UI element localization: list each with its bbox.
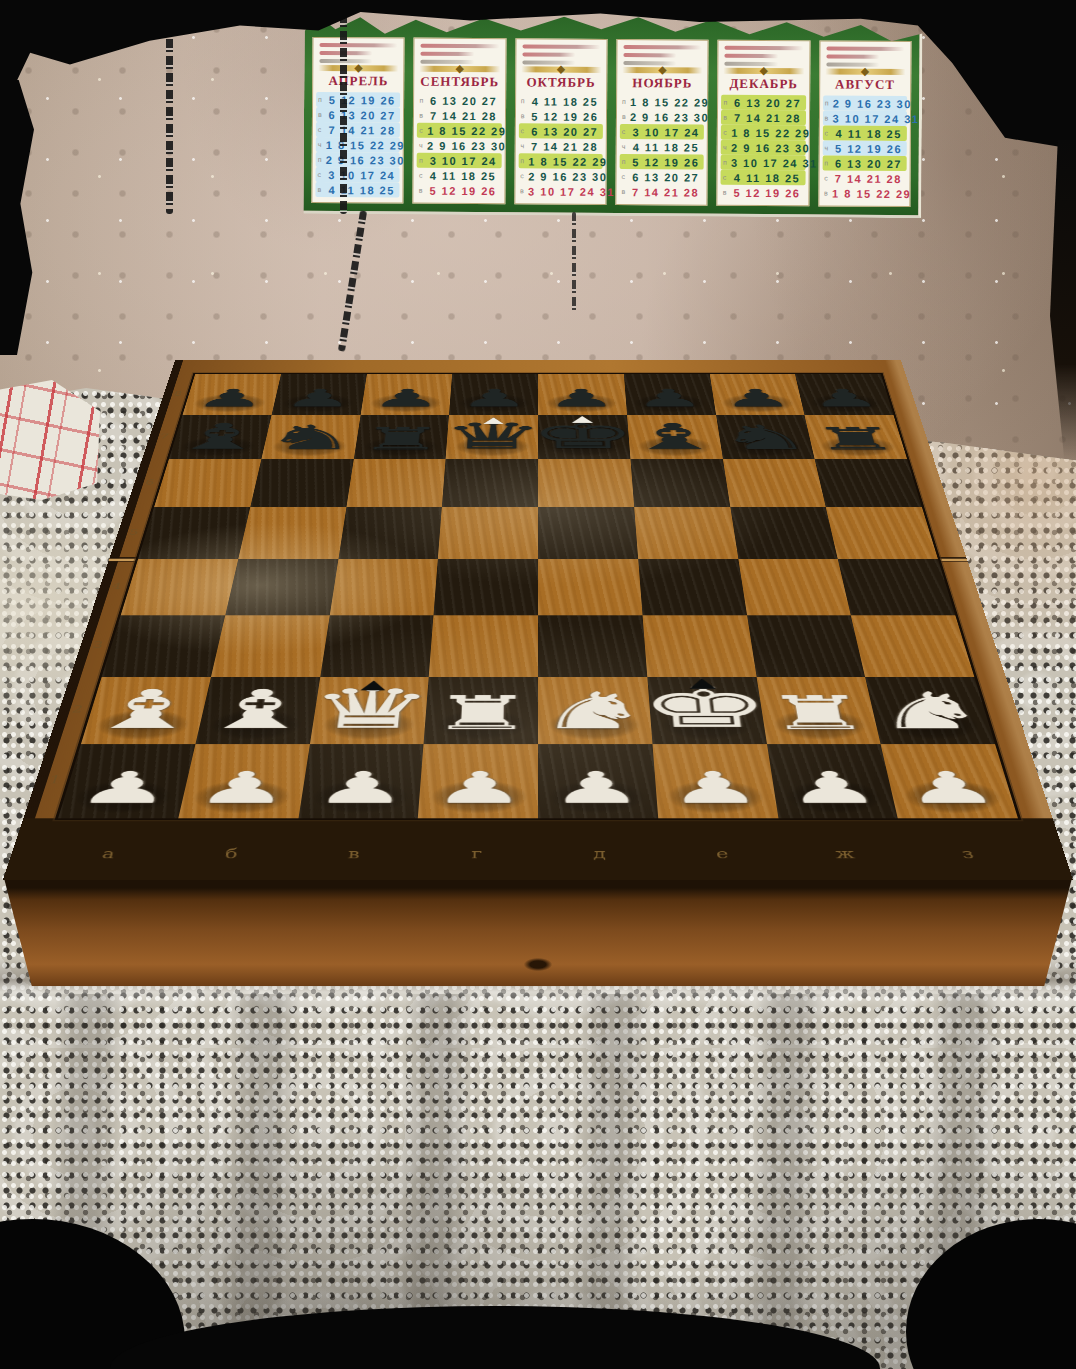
weekday-letter: с xyxy=(520,172,528,179)
black-pawn-glyph: ♟ xyxy=(720,386,794,410)
square-d2: ♜ xyxy=(424,677,538,744)
ornament-band xyxy=(622,67,702,74)
weekday-letter: в xyxy=(622,113,630,120)
square-b1: ♟ xyxy=(178,744,309,818)
dates-row: с2 9 16 23 30 xyxy=(518,168,602,184)
square-d3 xyxy=(429,615,538,677)
white-pawn-glyph: ♟ xyxy=(782,766,883,810)
dates-text: 6 13 20 27 xyxy=(528,125,600,138)
dates-text: 4 11 18 25 xyxy=(427,169,499,182)
dates-row: в7 14 21 28 xyxy=(721,110,805,126)
square-d5 xyxy=(438,507,538,559)
square-a7: ♝ xyxy=(169,415,272,459)
piece-white-pawn: ♟ xyxy=(550,766,645,810)
dates-text: 7 14 21 28 xyxy=(528,140,600,153)
square-f7: ♝ xyxy=(627,415,723,459)
photo-of-chess-set: ♟♟♟♟♟♟♟♟♝♞♜♛▲♚▲♝♞♜♝♝♛▲♜♞♚▲♜♞♟♟♟♟♟♟♟♟ а1б… xyxy=(0,0,1076,1369)
file-label: з xyxy=(904,846,1031,862)
dates-row: ч2 9 16 23 30 xyxy=(417,138,501,154)
dates-text: 3 10 17 24 xyxy=(630,126,702,139)
dates-row: п2 9 16 23 30 xyxy=(823,95,907,111)
dates-row: п3 10 17 24 xyxy=(417,153,501,169)
dates-text: 3 10 17 24 xyxy=(427,154,499,167)
piece-white-pawn: ♟ xyxy=(73,766,178,810)
square-g6 xyxy=(723,459,826,507)
dates-text: 1 8 15 22 29 xyxy=(427,124,506,137)
rank-label: 3 xyxy=(86,639,110,650)
dates-text: 2 9 16 23 30 xyxy=(731,141,810,154)
dates-row: п4 11 18 25 xyxy=(519,93,603,109)
chess-board: ♟♟♟♟♟♟♟♟♝♞♜♛▲♚▲♝♞♜♝♝♛▲♜♞♚▲♜♞♟♟♟♟♟♟♟♟ а1б… xyxy=(3,360,1073,880)
piece-white-knight: ♞ xyxy=(866,686,994,737)
square-b7: ♞ xyxy=(261,415,360,459)
weekday-letter: в xyxy=(318,111,326,118)
square-b6 xyxy=(250,459,353,507)
weekday-letter: п xyxy=(824,159,832,166)
calendar-month-1: АПРЕЛЬп5 12 19 26в6 13 20 27с7 14 21 28ч… xyxy=(311,37,404,204)
square-e3 xyxy=(538,615,647,677)
dates-row: ч5 12 19 26 xyxy=(822,140,906,156)
white-pawn-glyph: ♟ xyxy=(898,766,1003,810)
weekday-letter: п xyxy=(318,156,326,163)
dates-row: в1 8 15 22 29 xyxy=(822,185,906,201)
piece-black-bishop: ♝ xyxy=(624,419,726,454)
black-bishop-glyph: ♝ xyxy=(167,419,274,454)
dates-grid: п1 8 15 22 29в2 9 16 23 30с3 10 17 24ч4 … xyxy=(618,94,705,203)
calendar-month-2: СЕНТЯБРЬп6 13 20 27в7 14 21 28с1 8 15 22… xyxy=(413,38,506,205)
month-name: СЕНТЯБРЬ xyxy=(416,74,502,91)
dates-row: п1 8 15 22 29 xyxy=(620,94,704,110)
square-a3 xyxy=(102,615,225,677)
piece-white-pawn: ♟ xyxy=(666,766,764,810)
weekday-letter: в xyxy=(825,114,833,121)
square-c8: ♟ xyxy=(360,374,452,415)
weekday-letter: п xyxy=(622,98,630,105)
dates-row: ч7 14 21 28 xyxy=(518,138,602,154)
white-knight-glyph: ♞ xyxy=(866,686,994,737)
dates-text: 2 9 16 23 30 xyxy=(630,111,709,124)
dates-row: п6 13 20 27 xyxy=(721,95,805,111)
dates-grid: п6 13 20 27в7 14 21 28с1 8 15 22 29ч2 9 … xyxy=(720,95,807,204)
square-h1: ♟ xyxy=(881,744,1018,818)
square-a2: ♝ xyxy=(81,677,211,744)
dates-grid: п4 11 18 25в5 12 19 26с6 13 20 27ч7 14 2… xyxy=(517,93,604,202)
ornament-band xyxy=(521,66,601,73)
weekday-letter: ч xyxy=(723,144,731,151)
square-c2: ♛▲ xyxy=(309,677,428,744)
square-a8: ♟ xyxy=(183,374,281,415)
square-a5 xyxy=(138,507,250,559)
dates-row: в3 10 17 24 31 xyxy=(823,110,907,126)
dates-text: 6 13 20 27 xyxy=(630,171,702,184)
calendar-month-5: ДЕКАБРЬп6 13 20 27в7 14 21 28с1 8 15 22 … xyxy=(717,40,810,207)
dates-text: 2 9 16 23 30 xyxy=(427,139,506,152)
weekday-letter: с xyxy=(318,171,326,178)
weekday-letter: п xyxy=(825,99,833,106)
weekday-letter: в xyxy=(520,187,528,194)
dates-row: п6 13 20 27 xyxy=(822,155,906,171)
piece-black-rook: ♜ xyxy=(810,424,903,455)
weekday-letter: с xyxy=(824,129,832,136)
dates-row: в5 12 19 26 xyxy=(721,185,805,201)
dates-row: п1 8 15 22 29 xyxy=(518,153,602,169)
dates-row: с3 10 17 24 xyxy=(620,124,704,140)
square-a4 xyxy=(121,559,238,615)
piece-white-queen: ♛▲ xyxy=(303,680,436,736)
rank-label: 6 xyxy=(139,478,160,486)
board-scene: ♟♟♟♟♟♟♟♟♝♞♜♛▲♚▲♝♞♜♝♝♛▲♜♞♚▲♜♞♟♟♟♟♟♟♟♟ а1б… xyxy=(0,330,1076,1070)
weekday-letter: с xyxy=(318,126,326,133)
dates-row: п2 9 16 23 30 xyxy=(316,152,400,168)
piece-black-pawn: ♟ xyxy=(807,386,883,410)
dates-text: 1 8 15 22 29 xyxy=(832,187,911,200)
wall-calendar: АПРЕЛЬп5 12 19 26в6 13 20 27с7 14 21 28ч… xyxy=(303,11,922,218)
piece-white-king: ♚▲ xyxy=(637,678,775,736)
square-g1: ♟ xyxy=(767,744,898,818)
month-name: ОКТЯБРЬ xyxy=(518,74,604,91)
dates-text: 3 10 17 24 31 xyxy=(833,112,920,125)
dates-row: п5 12 19 26 xyxy=(316,92,400,108)
clock-chain-over-calendar xyxy=(340,14,347,214)
piece-black-knight: ♞ xyxy=(261,421,360,454)
square-c1: ♟ xyxy=(298,744,424,818)
dates-row: ч4 11 18 25 xyxy=(620,139,704,155)
weekday-letter: с xyxy=(622,173,630,180)
square-d1: ♟ xyxy=(418,744,538,818)
dates-text: 1 8 15 22 29 xyxy=(731,126,810,139)
weekday-letter: п xyxy=(318,96,326,103)
weekday-letter: в xyxy=(723,189,731,196)
piece-white-pawn: ♟ xyxy=(431,766,526,810)
month-name: АПРЕЛЬ xyxy=(315,73,401,90)
weekday-letter: п xyxy=(521,97,529,104)
square-g3 xyxy=(747,615,866,677)
weekday-letter: п xyxy=(723,159,731,166)
black-bishop-glyph: ♝ xyxy=(624,419,726,454)
black-knight-glyph: ♞ xyxy=(716,421,815,454)
weekday-letter: п xyxy=(419,157,427,164)
white-pawn-glyph: ♟ xyxy=(431,766,526,810)
white-pawn-glyph: ♟ xyxy=(193,766,294,810)
weekday-letter: в xyxy=(824,189,832,196)
dates-text: 7 14 21 28 xyxy=(629,186,701,199)
dates-row: с4 11 18 25 xyxy=(822,125,906,141)
square-h2: ♞ xyxy=(865,677,995,744)
black-knight-glyph: ♞ xyxy=(261,421,360,454)
piece-black-pawn: ♟ xyxy=(547,386,617,410)
dates-row: в5 12 19 26 xyxy=(417,183,501,199)
weekday-letter: с xyxy=(723,174,731,181)
dates-text: 5 12 19 26 xyxy=(427,184,499,197)
weekday-letter: ч xyxy=(824,144,832,151)
dates-text: 5 12 19 26 xyxy=(832,142,904,155)
square-h5 xyxy=(826,507,938,559)
dates-text: 3 10 17 24 31 xyxy=(731,156,818,169)
square-e4 xyxy=(538,559,642,615)
square-h3 xyxy=(851,615,974,677)
dates-row: в4 11 18 25 xyxy=(315,182,399,198)
dates-row: с3 10 17 24 xyxy=(316,167,400,183)
square-c4 xyxy=(329,559,438,615)
dates-text: 7 14 21 28 xyxy=(427,109,499,122)
weekday-letter: п xyxy=(419,97,427,104)
weekday-letter: в xyxy=(621,188,629,195)
dates-text: 7 14 21 28 xyxy=(832,172,904,185)
weekday-letter: с xyxy=(419,127,427,134)
file-label: а xyxy=(45,846,172,862)
weekday-letter: ч xyxy=(520,142,528,149)
square-f3 xyxy=(642,615,756,677)
dates-row: с7 14 21 28 xyxy=(316,122,400,138)
piece-white-pawn: ♟ xyxy=(898,766,1003,810)
file-label: д xyxy=(538,846,662,862)
square-h4 xyxy=(838,559,955,615)
dates-row: в5 12 19 26 xyxy=(519,108,603,124)
square-d6 xyxy=(442,459,538,507)
dates-text: 2 9 16 23 30 xyxy=(528,170,607,183)
weekday-letter: в xyxy=(317,186,325,193)
square-g4 xyxy=(738,559,851,615)
white-pawn-glyph: ♟ xyxy=(312,766,410,810)
piece-white-pawn: ♟ xyxy=(193,766,294,810)
board-grid: ♟♟♟♟♟♟♟♟♝♞♜♛▲♚▲♝♞♜♝♝♛▲♜♞♚▲♜♞♟♟♟♟♟♟♟♟ xyxy=(58,374,1018,819)
piece-black-pawn: ♟ xyxy=(282,386,356,410)
dates-row: с6 13 20 27 xyxy=(518,123,602,139)
weekday-letter: ч xyxy=(318,141,326,148)
dates-grid: п2 9 16 23 30в3 10 17 24 31с4 11 18 25ч5… xyxy=(821,95,908,204)
square-g8: ♟ xyxy=(709,374,804,415)
piece-black-rook: ♜ xyxy=(357,424,445,455)
white-rook-glyph: ♜ xyxy=(762,690,876,737)
square-g5 xyxy=(730,507,838,559)
black-pawn-glyph: ♟ xyxy=(282,386,356,410)
piece-white-pawn: ♟ xyxy=(312,766,410,810)
weekday-letter: с xyxy=(622,128,630,135)
rank-label: 1 xyxy=(42,773,69,786)
dates-text: 3 10 17 24 xyxy=(326,168,398,181)
dates-text: 4 11 18 25 xyxy=(529,95,601,108)
weekday-letter: с xyxy=(419,172,427,179)
piece-white-knight: ♞ xyxy=(537,686,653,737)
dates-text: 4 11 18 25 xyxy=(731,171,803,184)
dates-row: в7 14 21 28 xyxy=(619,184,703,200)
white-finial: ▲ xyxy=(572,415,593,424)
square-e7: ♚▲ xyxy=(538,415,630,459)
dates-text: 4 11 18 25 xyxy=(832,127,904,140)
square-g7: ♞ xyxy=(716,415,815,459)
square-h6 xyxy=(815,459,922,507)
dates-row: п5 12 19 26 xyxy=(620,154,704,170)
weekday-letter: в xyxy=(419,187,427,194)
square-f4 xyxy=(638,559,747,615)
square-f6 xyxy=(630,459,730,507)
piece-black-bishop: ♝ xyxy=(167,419,274,454)
calendar-month-3: ОКТЯБРЬп4 11 18 25в5 12 19 26с6 13 20 27… xyxy=(514,38,607,205)
white-pawn-glyph: ♟ xyxy=(666,766,764,810)
file-label: в xyxy=(291,846,416,862)
month-name: НОЯБРЬ xyxy=(619,75,705,92)
dates-row: ч1 8 15 22 29 xyxy=(316,137,400,153)
dates-text: 6 13 20 27 xyxy=(326,108,398,121)
black-rook-glyph: ♜ xyxy=(357,424,445,455)
white-knight-glyph: ♞ xyxy=(537,686,653,737)
dates-row: в2 9 16 23 30 xyxy=(620,109,704,125)
dates-text: 5 12 19 26 xyxy=(731,186,803,199)
ornament-band xyxy=(318,65,398,72)
clock-chain-thin xyxy=(572,212,576,312)
weekday-letter: п xyxy=(723,99,731,106)
ornament-band xyxy=(825,68,905,75)
rank-label: 4 xyxy=(105,581,128,591)
dates-row: с1 8 15 22 29 xyxy=(721,125,805,141)
dates-row: п6 13 20 27 xyxy=(417,93,501,109)
white-pawn-glyph: ♟ xyxy=(73,766,178,810)
dates-text: 6 13 20 27 xyxy=(832,157,904,170)
piece-black-knight: ♞ xyxy=(716,421,815,454)
square-f8: ♟ xyxy=(624,374,716,415)
dates-row: в3 10 17 24 31 xyxy=(518,183,602,199)
dates-text: 4 11 18 25 xyxy=(325,183,397,196)
dates-text: 7 14 21 28 xyxy=(326,123,398,136)
dates-text: 5 12 19 26 xyxy=(529,110,601,123)
weekday-letter: с xyxy=(723,129,731,136)
square-d8: ♟ xyxy=(449,374,538,415)
piece-black-pawn: ♟ xyxy=(459,386,529,410)
piece-black-pawn: ♟ xyxy=(193,386,269,410)
piece-white-pawn: ♟ xyxy=(782,766,883,810)
black-pawn-glyph: ♟ xyxy=(370,386,442,410)
weekday-letter: с xyxy=(521,127,529,134)
piece-white-rook: ♜ xyxy=(428,690,534,737)
square-a6 xyxy=(154,459,261,507)
white-pawn-glyph: ♟ xyxy=(550,766,645,810)
rank-label: 8 xyxy=(168,390,187,397)
square-h8: ♟ xyxy=(795,374,893,415)
dates-text: 1 8 15 22 29 xyxy=(528,155,607,168)
piece-black-pawn: ♟ xyxy=(720,386,794,410)
black-pawn-glyph: ♟ xyxy=(634,386,706,410)
white-rook-glyph: ♜ xyxy=(428,690,534,737)
square-d7: ♛▲ xyxy=(446,415,538,459)
square-b3 xyxy=(211,615,330,677)
black-finial: ▲ xyxy=(360,678,386,691)
piece-black-pawn: ♟ xyxy=(370,386,442,410)
weekday-letter: в xyxy=(723,114,731,121)
clock-chain-left xyxy=(166,22,173,214)
square-f1: ♟ xyxy=(652,744,778,818)
dates-row: в7 14 21 28 xyxy=(417,108,501,124)
square-e6 xyxy=(538,459,634,507)
square-c5 xyxy=(338,507,442,559)
dates-text: 5 12 19 26 xyxy=(630,156,702,169)
square-c6 xyxy=(346,459,446,507)
dates-text: 6 13 20 27 xyxy=(427,94,499,107)
square-e5 xyxy=(538,507,638,559)
black-pawn-glyph: ♟ xyxy=(547,386,617,410)
file-label: ж xyxy=(782,846,908,862)
dates-text: 5 12 19 26 xyxy=(326,93,398,106)
square-e1: ♟ xyxy=(538,744,658,818)
piece-black-pawn: ♟ xyxy=(634,386,706,410)
dates-row: ч2 9 16 23 30 xyxy=(721,140,805,156)
dates-text: 2 9 16 23 30 xyxy=(833,97,912,110)
calendar-month-4: НОЯБРЬп1 8 15 22 29в2 9 16 23 30с3 10 17… xyxy=(615,39,708,206)
dates-text: 7 14 21 28 xyxy=(731,111,803,124)
square-b8: ♟ xyxy=(271,374,366,415)
piece-white-rook: ♜ xyxy=(762,690,876,737)
file-label: г xyxy=(415,846,539,862)
weekday-letter: с xyxy=(824,174,832,181)
weekday-letter: ч xyxy=(419,142,427,149)
dates-row: с4 11 18 25 xyxy=(417,168,501,184)
dates-grid: п5 12 19 26в6 13 20 27с7 14 21 28ч1 8 15… xyxy=(314,92,401,201)
calendar-month-6: АВГУСТп2 9 16 23 30в3 10 17 24 31с4 11 1… xyxy=(818,40,911,207)
dates-row: с1 8 15 22 29 xyxy=(417,123,501,139)
square-c7: ♜ xyxy=(353,415,449,459)
dates-row: с4 11 18 25 xyxy=(721,170,805,186)
dates-text: 1 8 15 22 29 xyxy=(326,138,405,151)
black-finial: ▲ xyxy=(689,676,716,689)
black-rook-glyph: ♜ xyxy=(810,424,903,455)
square-b4 xyxy=(225,559,338,615)
piece-black-king: ♚▲ xyxy=(530,416,638,454)
square-h7: ♜ xyxy=(805,415,908,459)
ornament-band xyxy=(420,66,500,73)
square-e2: ♞ xyxy=(538,677,652,744)
square-b2: ♝ xyxy=(195,677,320,744)
dates-text: 3 10 17 24 31 xyxy=(528,185,615,198)
weekday-letter: п xyxy=(622,158,630,165)
square-f2: ♚▲ xyxy=(647,677,766,744)
file-label: е xyxy=(660,846,785,862)
black-pawn-glyph: ♟ xyxy=(193,386,269,410)
dates-text: 1 8 15 22 29 xyxy=(630,96,709,109)
dates-grid: п6 13 20 27в7 14 21 28с1 8 15 22 29ч2 9 … xyxy=(416,93,503,202)
square-c3 xyxy=(320,615,434,677)
black-pawn-glyph: ♟ xyxy=(807,386,883,410)
weekday-letter: ч xyxy=(622,143,630,150)
dates-row: в6 13 20 27 xyxy=(316,107,400,123)
ornament-band xyxy=(724,68,804,75)
month-name: АВГУСТ xyxy=(822,76,908,93)
dates-row: п3 10 17 24 31 xyxy=(721,155,805,171)
weekday-letter: в xyxy=(419,112,427,119)
weekday-letter: в xyxy=(521,112,529,119)
square-b5 xyxy=(238,507,346,559)
black-pawn-glyph: ♟ xyxy=(459,386,529,410)
dates-text: 6 13 20 27 xyxy=(731,96,803,109)
square-a1: ♟ xyxy=(58,744,195,818)
file-label: б xyxy=(168,846,294,862)
white-finial: ▲ xyxy=(483,416,503,424)
dates-text: 4 11 18 25 xyxy=(630,141,702,154)
square-f5 xyxy=(634,507,738,559)
dates-text: 2 9 16 23 30 xyxy=(326,153,405,166)
square-d4 xyxy=(434,559,538,615)
rank-label: 5 xyxy=(123,527,145,536)
dates-row: с6 13 20 27 xyxy=(619,169,703,185)
month-name: ДЕКАБРЬ xyxy=(720,76,806,93)
dates-row: с7 14 21 28 xyxy=(822,170,906,186)
weekday-letter: п xyxy=(520,157,528,164)
square-e8: ♟ xyxy=(538,374,627,415)
